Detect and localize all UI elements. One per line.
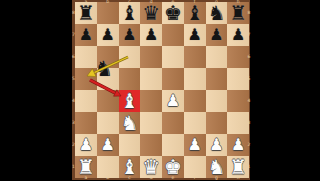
rank-label-left-5: 5 [71,77,77,82]
piece-black-q-d8[interactable]: ♛ [142,3,160,23]
square-c3[interactable]: ♞ [119,112,141,134]
square-c7[interactable]: ♟ [119,24,141,46]
square-a8[interactable]: ♜ [75,2,97,24]
rank-label-right-3: 3 [246,121,252,126]
letterbox-left [0,0,72,180]
rank-label-right-8: 8 [246,11,252,16]
rank-label-left-2: 2 [71,143,77,148]
square-a6[interactable] [75,46,97,68]
piece-white-n-g1[interactable]: ♞ [207,157,225,177]
piece-white-n-c3[interactable]: ♞ [120,113,138,133]
square-f7[interactable]: ♟ [184,24,206,46]
piece-black-p-h7[interactable]: ♟ [231,27,245,43]
file-label-bottom-h: h [235,176,241,181]
square-c4[interactable]: ♝ [119,90,141,112]
square-a4[interactable] [75,90,97,112]
rank-label-right-1: 1 [246,165,252,170]
square-b4[interactable] [97,90,119,112]
piece-white-p-e4[interactable]: ♟ [166,93,180,109]
square-d4[interactable] [140,90,162,112]
piece-white-p-g2[interactable]: ♟ [209,137,223,153]
square-g8[interactable]: ♞ [206,2,228,24]
file-label-top-d: d [148,0,154,4]
piece-white-r-a1[interactable]: ♜ [77,157,95,177]
piece-white-b-c4[interactable]: ♝ [120,91,138,111]
square-f4[interactable] [184,90,206,112]
rank-label-right-7: 7 [246,33,252,38]
rank-label-right-6: 6 [246,55,252,60]
square-b2[interactable]: ♟ [97,134,119,156]
piece-black-n-g8[interactable]: ♞ [207,3,225,23]
square-g2[interactable]: ♟ [206,134,228,156]
square-g4[interactable] [206,90,228,112]
square-c6[interactable] [119,46,141,68]
file-label-top-h: h [235,0,241,4]
square-a3[interactable] [75,112,97,134]
rank-label-right-4: 4 [246,99,252,104]
rank-label-left-1: 1 [71,165,77,170]
file-label-top-f: f [192,0,198,4]
square-e7[interactable] [162,24,184,46]
square-d6[interactable] [140,46,162,68]
piece-white-p-b2[interactable]: ♟ [100,137,114,153]
square-b7[interactable]: ♟ [97,24,119,46]
piece-black-r-a8[interactable]: ♜ [77,3,95,23]
square-f8[interactable]: ♝ [184,2,206,24]
square-e5[interactable] [162,68,184,90]
board-grid: ♜♝♛♚♝♞♜♟♟♟♟♟♟♟♝♟♞♟♟♟♟♟♜♝♛♚♞♜ [75,2,249,178]
piece-white-r-h1[interactable]: ♜ [229,157,247,177]
file-label-bottom-b: b [105,176,111,181]
square-b3[interactable] [97,112,119,134]
square-f6[interactable] [184,46,206,68]
piece-black-b-c8[interactable]: ♝ [120,3,138,23]
square-d2[interactable] [140,134,162,156]
square-c2[interactable] [119,134,141,156]
square-a7[interactable]: ♟ [75,24,97,46]
rank-label-right-5: 5 [246,77,252,82]
rank-label-left-6: 6 [71,55,77,60]
piece-white-k-e1[interactable]: ♚ [164,157,182,177]
file-label-top-g: g [213,0,219,4]
moving-black-knight[interactable]: ♞ [95,59,114,80]
square-d8[interactable]: ♛ [140,2,162,24]
chess-board: ♜♝♛♚♝♞♜♟♟♟♟♟♟♟♝♟♞♟♟♟♟♟♜♝♛♚♞♜ ♞aabbccddee… [72,0,250,180]
piece-black-p-c7[interactable]: ♟ [122,27,136,43]
file-label-top-e: e [170,0,176,4]
piece-black-p-d7[interactable]: ♟ [144,27,158,43]
piece-black-p-g7[interactable]: ♟ [209,27,223,43]
square-c5[interactable] [119,68,141,90]
square-g7[interactable]: ♟ [206,24,228,46]
piece-white-b-c1[interactable]: ♝ [120,157,138,177]
piece-black-p-b7[interactable]: ♟ [100,27,114,43]
square-b8[interactable] [97,2,119,24]
square-a5[interactable] [75,68,97,90]
file-label-top-b: b [105,0,111,4]
file-label-bottom-f: f [192,176,198,181]
square-e6[interactable] [162,46,184,68]
piece-white-p-f2[interactable]: ♟ [187,137,201,153]
square-f3[interactable] [184,112,206,134]
square-f2[interactable]: ♟ [184,134,206,156]
piece-black-k-e8[interactable]: ♚ [164,3,182,23]
square-g5[interactable] [206,68,228,90]
rank-label-right-2: 2 [246,143,252,148]
file-label-bottom-a: a [83,176,89,181]
rank-label-left-4: 4 [71,99,77,104]
file-label-bottom-g: g [213,176,219,181]
file-label-bottom-e: e [170,176,176,181]
file-label-top-a: a [83,0,89,4]
rank-label-left-7: 7 [71,33,77,38]
square-a2[interactable]: ♟ [75,134,97,156]
file-label-bottom-c: c [126,176,132,181]
piece-black-p-a7[interactable]: ♟ [79,27,93,43]
square-f5[interactable] [184,68,206,90]
file-label-top-c: c [126,0,132,4]
square-e2[interactable] [162,134,184,156]
square-e3[interactable] [162,112,184,134]
square-g6[interactable] [206,46,228,68]
letterbox-right [250,0,320,180]
file-label-bottom-d: d [148,176,154,181]
square-e4[interactable]: ♟ [162,90,184,112]
piece-white-q-d1[interactable]: ♛ [142,157,160,177]
piece-white-p-a2[interactable]: ♟ [79,137,93,153]
piece-black-p-f7[interactable]: ♟ [187,27,201,43]
square-c8[interactable]: ♝ [119,2,141,24]
rank-label-left-8: 8 [71,11,77,16]
square-e8[interactable]: ♚ [162,2,184,24]
square-d5[interactable] [140,68,162,90]
piece-black-b-f8[interactable]: ♝ [186,3,204,23]
square-g3[interactable] [206,112,228,134]
piece-white-p-h2[interactable]: ♟ [231,137,245,153]
rank-label-left-3: 3 [71,121,77,126]
square-d3[interactable] [140,112,162,134]
piece-black-r-h8[interactable]: ♜ [229,3,247,23]
square-d7[interactable]: ♟ [140,24,162,46]
